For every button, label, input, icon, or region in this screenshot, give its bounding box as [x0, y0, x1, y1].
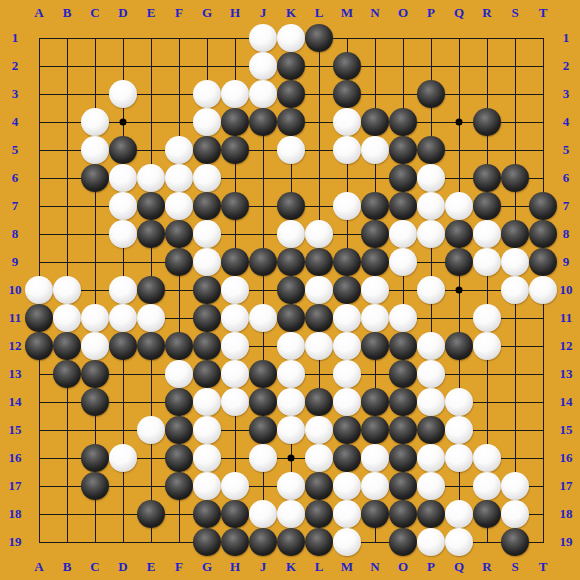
white-stone-M12[interactable]	[333, 332, 361, 360]
row-label-left-19: 19	[9, 534, 22, 550]
black-stone-J15[interactable]	[249, 416, 277, 444]
white-stone-D6[interactable]	[109, 164, 137, 192]
white-stone-Q18[interactable]	[445, 500, 473, 528]
white-stone-P6[interactable]	[417, 164, 445, 192]
column-label-bottom-M: M	[341, 559, 353, 575]
white-stone-M11[interactable]	[333, 304, 361, 332]
column-label-top-G: G	[202, 5, 212, 21]
white-stone-P13[interactable]	[417, 360, 445, 388]
black-stone-O14[interactable]	[389, 388, 417, 416]
white-stone-Q19[interactable]	[445, 528, 473, 556]
white-stone-H17[interactable]	[221, 472, 249, 500]
hoshi-point-Q4	[456, 119, 463, 126]
black-stone-F14[interactable]	[165, 388, 193, 416]
row-label-left-13: 13	[9, 366, 22, 382]
white-stone-L8[interactable]	[305, 220, 333, 248]
column-label-bottom-K: K	[286, 559, 296, 575]
white-stone-G8[interactable]	[193, 220, 221, 248]
black-stone-M9[interactable]	[333, 248, 361, 276]
black-stone-G10[interactable]	[193, 276, 221, 304]
black-stone-E7[interactable]	[137, 192, 165, 220]
column-label-top-A: A	[34, 5, 43, 21]
row-label-right-16: 16	[560, 450, 573, 466]
white-stone-E15[interactable]	[137, 416, 165, 444]
row-label-right-1: 1	[563, 30, 570, 46]
black-stone-R4[interactable]	[473, 108, 501, 136]
black-stone-Q9[interactable]	[445, 248, 473, 276]
white-stone-C5[interactable]	[81, 136, 109, 164]
white-stone-C4[interactable]	[81, 108, 109, 136]
black-stone-L9[interactable]	[305, 248, 333, 276]
white-stone-G9[interactable]	[193, 248, 221, 276]
black-stone-N12[interactable]	[361, 332, 389, 360]
column-label-top-M: M	[341, 5, 353, 21]
column-label-bottom-Q: Q	[454, 559, 464, 575]
column-label-bottom-R: R	[482, 559, 491, 575]
white-stone-F6[interactable]	[165, 164, 193, 192]
white-stone-C12[interactable]	[81, 332, 109, 360]
black-stone-H4[interactable]	[221, 108, 249, 136]
white-stone-L16[interactable]	[305, 444, 333, 472]
black-stone-O5[interactable]	[389, 136, 417, 164]
white-stone-G3[interactable]	[193, 80, 221, 108]
black-stone-E10[interactable]	[137, 276, 165, 304]
white-stone-K5[interactable]	[277, 136, 305, 164]
white-stone-G14[interactable]	[193, 388, 221, 416]
white-stone-K15[interactable]	[277, 416, 305, 444]
hoshi-point-Q10	[456, 287, 463, 294]
black-stone-K9[interactable]	[277, 248, 305, 276]
black-stone-B12[interactable]	[53, 332, 81, 360]
white-stone-K12[interactable]	[277, 332, 305, 360]
white-stone-R12[interactable]	[473, 332, 501, 360]
white-stone-P14[interactable]	[417, 388, 445, 416]
column-label-bottom-H: H	[230, 559, 240, 575]
column-label-bottom-G: G	[202, 559, 212, 575]
column-label-top-Q: Q	[454, 5, 464, 21]
row-label-right-5: 5	[563, 142, 570, 158]
black-stone-T9[interactable]	[529, 248, 557, 276]
column-label-bottom-B: B	[63, 559, 72, 575]
white-stone-O9[interactable]	[389, 248, 417, 276]
black-stone-A11[interactable]	[25, 304, 53, 332]
black-stone-O19[interactable]	[389, 528, 417, 556]
white-stone-M19[interactable]	[333, 528, 361, 556]
black-stone-N7[interactable]	[361, 192, 389, 220]
black-stone-K10[interactable]	[277, 276, 305, 304]
column-label-bottom-N: N	[370, 559, 379, 575]
black-stone-M16[interactable]	[333, 444, 361, 472]
white-stone-J2[interactable]	[249, 52, 277, 80]
row-label-left-9: 9	[12, 254, 19, 270]
black-stone-P18[interactable]	[417, 500, 445, 528]
row-label-left-17: 17	[9, 478, 22, 494]
white-stone-P17[interactable]	[417, 472, 445, 500]
white-stone-F13[interactable]	[165, 360, 193, 388]
white-stone-H12[interactable]	[221, 332, 249, 360]
black-stone-B13[interactable]	[53, 360, 81, 388]
black-stone-E8[interactable]	[137, 220, 165, 248]
white-stone-N5[interactable]	[361, 136, 389, 164]
black-stone-F12[interactable]	[165, 332, 193, 360]
white-stone-D7[interactable]	[109, 192, 137, 220]
black-stone-G13[interactable]	[193, 360, 221, 388]
column-label-top-R: R	[482, 5, 491, 21]
row-label-right-10: 10	[560, 282, 573, 298]
black-stone-Q12[interactable]	[445, 332, 473, 360]
black-stone-O16[interactable]	[389, 444, 417, 472]
black-stone-K3[interactable]	[277, 80, 305, 108]
row-label-left-16: 16	[9, 450, 22, 466]
white-stone-H3[interactable]	[221, 80, 249, 108]
white-stone-K1[interactable]	[277, 24, 305, 52]
black-stone-N18[interactable]	[361, 500, 389, 528]
white-stone-O11[interactable]	[389, 304, 417, 332]
row-label-right-18: 18	[560, 506, 573, 522]
white-stone-S9[interactable]	[501, 248, 529, 276]
black-stone-E18[interactable]	[137, 500, 165, 528]
column-label-top-D: D	[118, 5, 127, 21]
white-stone-G4[interactable]	[193, 108, 221, 136]
white-stone-K17[interactable]	[277, 472, 305, 500]
white-stone-M5[interactable]	[333, 136, 361, 164]
column-label-bottom-L: L	[315, 559, 324, 575]
white-stone-L10[interactable]	[305, 276, 333, 304]
row-label-right-6: 6	[563, 170, 570, 186]
white-stone-K14[interactable]	[277, 388, 305, 416]
black-stone-N14[interactable]	[361, 388, 389, 416]
white-stone-L12[interactable]	[305, 332, 333, 360]
column-label-bottom-F: F	[175, 559, 183, 575]
white-stone-N17[interactable]	[361, 472, 389, 500]
black-stone-O6[interactable]	[389, 164, 417, 192]
row-label-right-12: 12	[560, 338, 573, 354]
black-stone-N15[interactable]	[361, 416, 389, 444]
black-stone-S19[interactable]	[501, 528, 529, 556]
hoshi-point-D4	[120, 119, 127, 126]
black-stone-R6[interactable]	[473, 164, 501, 192]
white-stone-L15[interactable]	[305, 416, 333, 444]
black-stone-K11[interactable]	[277, 304, 305, 332]
column-label-bottom-T: T	[539, 559, 548, 575]
white-stone-J11[interactable]	[249, 304, 277, 332]
column-label-top-N: N	[370, 5, 379, 21]
black-stone-P15[interactable]	[417, 416, 445, 444]
white-stone-P8[interactable]	[417, 220, 445, 248]
white-stone-G16[interactable]	[193, 444, 221, 472]
black-stone-P3[interactable]	[417, 80, 445, 108]
white-stone-G17[interactable]	[193, 472, 221, 500]
black-stone-O18[interactable]	[389, 500, 417, 528]
column-label-bottom-A: A	[34, 559, 43, 575]
hoshi-point-K16	[288, 455, 295, 462]
black-stone-D12[interactable]	[109, 332, 137, 360]
black-stone-O12[interactable]	[389, 332, 417, 360]
column-label-top-S: S	[511, 5, 518, 21]
row-label-left-3: 3	[12, 86, 19, 102]
black-stone-G12[interactable]	[193, 332, 221, 360]
row-label-left-8: 8	[12, 226, 19, 242]
black-stone-C13[interactable]	[81, 360, 109, 388]
black-stone-M10[interactable]	[333, 276, 361, 304]
black-stone-T8[interactable]	[529, 220, 557, 248]
white-stone-A10[interactable]	[25, 276, 53, 304]
column-label-top-J: J	[260, 5, 267, 21]
black-stone-C6[interactable]	[81, 164, 109, 192]
white-stone-C11[interactable]	[81, 304, 109, 332]
white-stone-F5[interactable]	[165, 136, 193, 164]
white-stone-M4[interactable]	[333, 108, 361, 136]
row-label-left-2: 2	[12, 58, 19, 74]
white-stone-M18[interactable]	[333, 500, 361, 528]
black-stone-K2[interactable]	[277, 52, 305, 80]
black-stone-H18[interactable]	[221, 500, 249, 528]
white-stone-J16[interactable]	[249, 444, 277, 472]
column-label-bottom-D: D	[118, 559, 127, 575]
row-label-right-8: 8	[563, 226, 570, 242]
white-stone-P16[interactable]	[417, 444, 445, 472]
white-stone-R17[interactable]	[473, 472, 501, 500]
column-label-top-L: L	[315, 5, 324, 21]
black-stone-H19[interactable]	[221, 528, 249, 556]
column-label-top-P: P	[427, 5, 435, 21]
white-stone-K13[interactable]	[277, 360, 305, 388]
white-stone-N10[interactable]	[361, 276, 389, 304]
black-stone-H9[interactable]	[221, 248, 249, 276]
black-stone-K7[interactable]	[277, 192, 305, 220]
black-stone-N8[interactable]	[361, 220, 389, 248]
column-label-top-E: E	[147, 5, 156, 21]
black-stone-C14[interactable]	[81, 388, 109, 416]
black-stone-R18[interactable]	[473, 500, 501, 528]
white-stone-B11[interactable]	[53, 304, 81, 332]
go-board[interactable]: AABBCCDDEEFFGGHHJJKKLLMMNNOOPPQQRRSSTT11…	[0, 0, 580, 580]
column-label-bottom-C: C	[90, 559, 99, 575]
row-label-right-9: 9	[563, 254, 570, 270]
row-label-left-15: 15	[9, 422, 22, 438]
row-label-right-15: 15	[560, 422, 573, 438]
column-label-top-T: T	[539, 5, 548, 21]
column-label-top-C: C	[90, 5, 99, 21]
black-stone-J4[interactable]	[249, 108, 277, 136]
white-stone-H11[interactable]	[221, 304, 249, 332]
white-stone-E11[interactable]	[137, 304, 165, 332]
white-stone-H14[interactable]	[221, 388, 249, 416]
black-stone-S8[interactable]	[501, 220, 529, 248]
white-stone-D10[interactable]	[109, 276, 137, 304]
black-stone-L1[interactable]	[305, 24, 333, 52]
white-stone-D16[interactable]	[109, 444, 137, 472]
white-stone-G15[interactable]	[193, 416, 221, 444]
black-stone-G19[interactable]	[193, 528, 221, 556]
row-label-left-5: 5	[12, 142, 19, 158]
black-stone-M3[interactable]	[333, 80, 361, 108]
black-stone-T7[interactable]	[529, 192, 557, 220]
row-label-left-10: 10	[9, 282, 22, 298]
black-stone-M15[interactable]	[333, 416, 361, 444]
row-label-left-1: 1	[12, 30, 19, 46]
white-stone-H13[interactable]	[221, 360, 249, 388]
row-label-left-6: 6	[12, 170, 19, 186]
white-stone-M7[interactable]	[333, 192, 361, 220]
white-stone-K8[interactable]	[277, 220, 305, 248]
row-label-right-4: 4	[563, 114, 570, 130]
white-stone-Q7[interactable]	[445, 192, 473, 220]
black-stone-J14[interactable]	[249, 388, 277, 416]
row-label-left-18: 18	[9, 506, 22, 522]
white-stone-R9[interactable]	[473, 248, 501, 276]
column-label-top-K: K	[286, 5, 296, 21]
white-stone-S18[interactable]	[501, 500, 529, 528]
white-stone-J18[interactable]	[249, 500, 277, 528]
white-stone-M17[interactable]	[333, 472, 361, 500]
row-label-left-4: 4	[12, 114, 19, 130]
black-stone-C16[interactable]	[81, 444, 109, 472]
black-stone-N9[interactable]	[361, 248, 389, 276]
row-label-right-11: 11	[560, 310, 572, 326]
black-stone-O13[interactable]	[389, 360, 417, 388]
black-stone-L17[interactable]	[305, 472, 333, 500]
black-stone-F9[interactable]	[165, 248, 193, 276]
white-stone-N16[interactable]	[361, 444, 389, 472]
white-stone-B10[interactable]	[53, 276, 81, 304]
black-stone-M2[interactable]	[333, 52, 361, 80]
black-stone-G5[interactable]	[193, 136, 221, 164]
black-stone-J9[interactable]	[249, 248, 277, 276]
black-stone-G7[interactable]	[193, 192, 221, 220]
black-stone-G11[interactable]	[193, 304, 221, 332]
black-stone-L18[interactable]	[305, 500, 333, 528]
white-stone-R16[interactable]	[473, 444, 501, 472]
white-stone-G6[interactable]	[193, 164, 221, 192]
white-stone-S10[interactable]	[501, 276, 529, 304]
white-stone-M13[interactable]	[333, 360, 361, 388]
black-stone-K19[interactable]	[277, 528, 305, 556]
white-stone-P12[interactable]	[417, 332, 445, 360]
row-label-left-11: 11	[9, 310, 21, 326]
black-stone-O17[interactable]	[389, 472, 417, 500]
row-label-right-7: 7	[563, 198, 570, 214]
black-stone-K4[interactable]	[277, 108, 305, 136]
black-stone-L14[interactable]	[305, 388, 333, 416]
white-stone-F7[interactable]	[165, 192, 193, 220]
black-stone-L19[interactable]	[305, 528, 333, 556]
row-label-right-13: 13	[560, 366, 573, 382]
white-stone-S17[interactable]	[501, 472, 529, 500]
white-stone-J3[interactable]	[249, 80, 277, 108]
black-stone-G18[interactable]	[193, 500, 221, 528]
white-stone-P10[interactable]	[417, 276, 445, 304]
row-label-right-3: 3	[563, 86, 570, 102]
white-stone-T10[interactable]	[529, 276, 557, 304]
black-stone-P5[interactable]	[417, 136, 445, 164]
white-stone-P7[interactable]	[417, 192, 445, 220]
white-stone-R11[interactable]	[473, 304, 501, 332]
black-stone-Q8[interactable]	[445, 220, 473, 248]
black-stone-F16[interactable]	[165, 444, 193, 472]
column-label-bottom-E: E	[147, 559, 156, 575]
white-stone-Q15[interactable]	[445, 416, 473, 444]
white-stone-R8[interactable]	[473, 220, 501, 248]
row-label-right-19: 19	[560, 534, 573, 550]
column-label-top-O: O	[398, 5, 408, 21]
white-stone-D11[interactable]	[109, 304, 137, 332]
white-stone-P19[interactable]	[417, 528, 445, 556]
white-stone-D3[interactable]	[109, 80, 137, 108]
black-stone-H5[interactable]	[221, 136, 249, 164]
black-stone-J19[interactable]	[249, 528, 277, 556]
white-stone-M14[interactable]	[333, 388, 361, 416]
black-stone-S6[interactable]	[501, 164, 529, 192]
black-stone-F17[interactable]	[165, 472, 193, 500]
column-label-top-F: F	[175, 5, 183, 21]
white-stone-O8[interactable]	[389, 220, 417, 248]
black-stone-F15[interactable]	[165, 416, 193, 444]
go-board-app: AABBCCDDEEFFGGHHJJKKLLMMNNOOPPQQRRSSTT11…	[0, 0, 580, 580]
black-stone-D5[interactable]	[109, 136, 137, 164]
black-stone-H7[interactable]	[221, 192, 249, 220]
white-stone-K18[interactable]	[277, 500, 305, 528]
white-stone-Q14[interactable]	[445, 388, 473, 416]
row-label-left-14: 14	[9, 394, 22, 410]
row-label-left-7: 7	[12, 198, 19, 214]
row-label-left-12: 12	[9, 338, 22, 354]
row-label-right-14: 14	[560, 394, 573, 410]
white-stone-J1[interactable]	[249, 24, 277, 52]
white-stone-N11[interactable]	[361, 304, 389, 332]
black-stone-O4[interactable]	[389, 108, 417, 136]
column-label-bottom-O: O	[398, 559, 408, 575]
column-label-top-B: B	[63, 5, 72, 21]
white-stone-D8[interactable]	[109, 220, 137, 248]
black-stone-N4[interactable]	[361, 108, 389, 136]
column-label-bottom-J: J	[260, 559, 267, 575]
black-stone-E12[interactable]	[137, 332, 165, 360]
black-stone-L11[interactable]	[305, 304, 333, 332]
row-label-right-2: 2	[563, 58, 570, 74]
column-label-bottom-P: P	[427, 559, 435, 575]
black-stone-O7[interactable]	[389, 192, 417, 220]
white-stone-Q16[interactable]	[445, 444, 473, 472]
black-stone-F8[interactable]	[165, 220, 193, 248]
white-stone-E6[interactable]	[137, 164, 165, 192]
column-label-top-H: H	[230, 5, 240, 21]
black-stone-O15[interactable]	[389, 416, 417, 444]
black-stone-J13[interactable]	[249, 360, 277, 388]
white-stone-H10[interactable]	[221, 276, 249, 304]
column-label-bottom-S: S	[511, 559, 518, 575]
black-stone-C17[interactable]	[81, 472, 109, 500]
black-stone-R7[interactable]	[473, 192, 501, 220]
row-label-right-17: 17	[560, 478, 573, 494]
black-stone-A12[interactable]	[25, 332, 53, 360]
